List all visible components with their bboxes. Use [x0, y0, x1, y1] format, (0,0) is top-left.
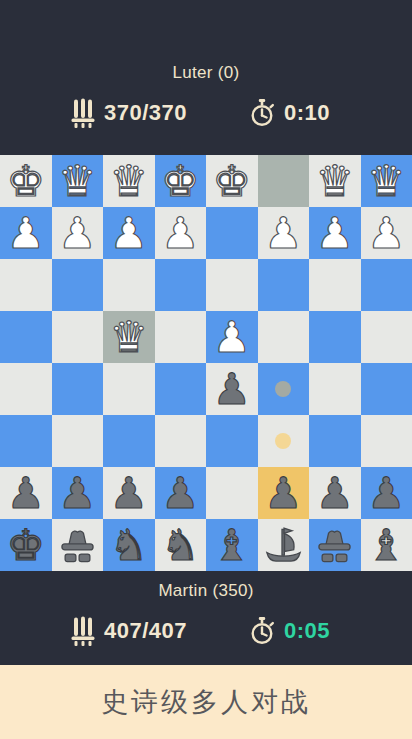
square-e8[interactable]: ♝	[206, 519, 258, 571]
square-f7[interactable]: ♟	[258, 467, 310, 519]
piece-white-pawn: ♟	[264, 212, 303, 255]
square-a3[interactable]	[0, 259, 52, 311]
square-b2[interactable]: ♟	[52, 207, 104, 259]
square-h2[interactable]: ♟	[361, 207, 412, 259]
banner-text: 史诗级多人对战	[101, 684, 311, 720]
square-d1[interactable]: ♚	[155, 155, 207, 207]
piece-black-pawn: ♟	[264, 472, 303, 515]
piece-white-queen: ♛	[58, 160, 97, 203]
piece-black-pawn: ♟	[109, 472, 148, 515]
game-screen: Luter (0) 370/370	[0, 0, 412, 739]
piece-black-spy-hat	[313, 524, 356, 567]
square-a2[interactable]: ♟	[0, 207, 52, 259]
piece-white-pawn: ♟	[367, 212, 406, 255]
square-h8[interactable]: ♝	[361, 519, 412, 571]
chess-board: ♚♛♛♚♚♛♛♟♟♟♟♟♟♟♛♟♟♟♟♟♟♟♟♟♚♞♞♝♝	[0, 155, 412, 571]
move-hint-dot	[275, 381, 291, 397]
square-h7[interactable]: ♟	[361, 467, 412, 519]
piece-white-queen: ♛	[109, 316, 148, 359]
square-d5[interactable]	[155, 363, 207, 415]
square-c5[interactable]	[103, 363, 155, 415]
square-e1[interactable]: ♚	[206, 155, 258, 207]
square-f5[interactable]	[258, 363, 310, 415]
square-b8[interactable]	[52, 519, 104, 571]
square-d4[interactable]	[155, 311, 207, 363]
square-h6[interactable]	[361, 415, 412, 467]
square-e2[interactable]	[206, 207, 258, 259]
player-hp: 407/407	[70, 613, 187, 649]
square-g7[interactable]: ♟	[309, 467, 361, 519]
triple-swords-icon	[70, 98, 96, 128]
square-g5[interactable]	[309, 363, 361, 415]
square-e4[interactable]: ♟	[206, 311, 258, 363]
square-a6[interactable]	[0, 415, 52, 467]
piece-white-king: ♚	[6, 160, 45, 203]
square-h4[interactable]	[361, 311, 412, 363]
opponent-hp: 370/370	[70, 95, 187, 131]
piece-black-pegasus-knight: ♞	[161, 524, 200, 567]
square-h3[interactable]	[361, 259, 412, 311]
piece-white-queen: ♛	[109, 160, 148, 203]
piece-white-pawn: ♟	[161, 212, 200, 255]
square-f2[interactable]: ♟	[258, 207, 310, 259]
square-h1[interactable]: ♛	[361, 155, 412, 207]
square-b6[interactable]	[52, 415, 104, 467]
square-e3[interactable]	[206, 259, 258, 311]
square-a7[interactable]: ♟	[0, 467, 52, 519]
piece-black-pawn: ♟	[161, 472, 200, 515]
opponent-timer: 0:10	[248, 95, 330, 131]
piece-white-pawn: ♟	[212, 316, 251, 359]
stopwatch-icon	[248, 98, 276, 128]
square-a8[interactable]: ♚	[0, 519, 52, 571]
square-c8[interactable]: ♞	[103, 519, 155, 571]
stopwatch-icon	[248, 616, 276, 646]
piece-white-pawn: ♟	[6, 212, 45, 255]
piece-white-pawn: ♟	[315, 212, 354, 255]
square-b4[interactable]	[52, 311, 104, 363]
player-timer: 0:05	[248, 613, 330, 649]
opponent-stats: 370/370 0:10	[0, 95, 412, 131]
square-e7[interactable]	[206, 467, 258, 519]
piece-white-queen: ♛	[367, 160, 406, 203]
square-g8[interactable]	[309, 519, 361, 571]
square-a1[interactable]: ♚	[0, 155, 52, 207]
piece-black-pawn: ♟	[367, 472, 406, 515]
opponent-time-value: 0:10	[284, 100, 330, 126]
square-c4[interactable]: ♛	[103, 311, 155, 363]
square-f6[interactable]	[258, 415, 310, 467]
square-d7[interactable]: ♟	[155, 467, 207, 519]
piece-black-pegasus-knight: ♞	[109, 524, 148, 567]
square-f1[interactable]	[258, 155, 310, 207]
piece-black-ship	[262, 524, 305, 567]
square-b5[interactable]	[52, 363, 104, 415]
opponent-name: Luter (0)	[0, 63, 412, 83]
opponent-hp-value: 370/370	[104, 100, 187, 126]
square-c1[interactable]: ♛	[103, 155, 155, 207]
ad-banner[interactable]: 史诗级多人对战	[0, 665, 412, 739]
square-c3[interactable]	[103, 259, 155, 311]
square-b3[interactable]	[52, 259, 104, 311]
square-d2[interactable]: ♟	[155, 207, 207, 259]
square-c2[interactable]: ♟	[103, 207, 155, 259]
square-d8[interactable]: ♞	[155, 519, 207, 571]
square-b1[interactable]: ♛	[52, 155, 104, 207]
player-hp-value: 407/407	[104, 618, 187, 644]
piece-white-king: ♚	[161, 160, 200, 203]
square-f4[interactable]	[258, 311, 310, 363]
square-g6[interactable]	[309, 415, 361, 467]
triple-swords-icon	[70, 616, 96, 646]
piece-black-bishop: ♝	[212, 524, 251, 567]
square-d6[interactable]	[155, 415, 207, 467]
player-time-value: 0:05	[284, 618, 330, 644]
piece-black-bishop: ♝	[367, 524, 406, 567]
piece-black-pawn: ♟	[58, 472, 97, 515]
piece-white-queen: ♛	[315, 160, 354, 203]
piece-black-pawn: ♟	[6, 472, 45, 515]
square-d3[interactable]	[155, 259, 207, 311]
piece-black-king: ♚	[6, 524, 45, 567]
square-g1[interactable]: ♛	[309, 155, 361, 207]
square-e6[interactable]	[206, 415, 258, 467]
square-f8[interactable]	[258, 519, 310, 571]
square-f3[interactable]	[258, 259, 310, 311]
square-c7[interactable]: ♟	[103, 467, 155, 519]
piece-black-pawn: ♟	[315, 472, 354, 515]
player-stats: 407/407 0:05	[0, 613, 412, 649]
piece-white-pawn: ♟	[58, 212, 97, 255]
player-name: Martin (350)	[0, 581, 412, 601]
move-hint-dot	[275, 433, 291, 449]
square-a4[interactable]	[0, 311, 52, 363]
square-e5[interactable]: ♟	[206, 363, 258, 415]
piece-black-pawn: ♟	[212, 368, 251, 411]
square-c6[interactable]	[103, 415, 155, 467]
square-h5[interactable]	[361, 363, 412, 415]
piece-black-spy-hat	[56, 524, 99, 567]
square-b7[interactable]: ♟	[52, 467, 104, 519]
piece-white-pawn: ♟	[109, 212, 148, 255]
square-g3[interactable]	[309, 259, 361, 311]
square-g2[interactable]: ♟	[309, 207, 361, 259]
square-a5[interactable]	[0, 363, 52, 415]
square-g4[interactable]	[309, 311, 361, 363]
piece-white-king: ♚	[212, 160, 251, 203]
